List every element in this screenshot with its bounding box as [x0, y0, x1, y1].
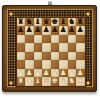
- piece-white-bishop: ♝: [60, 77, 67, 85]
- square-g7[interactable]: ♟: [68, 26, 77, 35]
- square-f7[interactable]: ♟: [59, 26, 68, 35]
- square-b5[interactable]: [25, 43, 34, 52]
- square-g4[interactable]: [68, 52, 77, 61]
- square-b4[interactable]: [25, 52, 34, 61]
- square-h1[interactable]: ♜: [76, 77, 85, 86]
- square-g1[interactable]: ♞: [68, 77, 77, 86]
- square-e1[interactable]: ♚: [51, 77, 60, 86]
- square-f6[interactable]: [59, 35, 68, 44]
- piece-white-pawn: ♟: [34, 69, 41, 77]
- square-d1[interactable]: ♛: [42, 77, 51, 86]
- square-c1[interactable]: ♝: [34, 77, 43, 86]
- board-grid: ♜♞♝♛♚♝♞♜♟♟♟♟♟♟♟♟♟♟♟♟♟♟♟♟♜♞♝♛♚♝♞♜: [16, 17, 86, 87]
- square-a1[interactable]: ♜: [17, 77, 26, 86]
- square-c7[interactable]: ♟: [34, 26, 43, 35]
- corner-rosette-icon: [8, 80, 14, 86]
- square-d6[interactable]: [42, 35, 51, 44]
- square-a7[interactable]: ♟: [17, 26, 26, 35]
- piece-white-pawn: ♟: [43, 69, 50, 77]
- square-d4[interactable]: [42, 52, 51, 61]
- piece-black-pawn: ♟: [43, 26, 50, 34]
- square-a6[interactable]: [17, 35, 26, 44]
- square-e6[interactable]: [51, 35, 60, 44]
- square-b7[interactable]: ♟: [25, 26, 34, 35]
- piece-white-rook: ♜: [17, 77, 24, 85]
- piece-white-king: ♚: [51, 77, 58, 85]
- corner-rosette-icon: [85, 11, 91, 17]
- piece-black-pawn: ♟: [26, 26, 33, 34]
- corner-rosette-icon: [85, 80, 91, 86]
- square-h5[interactable]: [76, 43, 85, 52]
- piece-white-pawn: ♟: [60, 69, 67, 77]
- square-b1[interactable]: ♞: [25, 77, 34, 86]
- square-h4[interactable]: [76, 52, 85, 61]
- piece-black-pawn: ♟: [17, 26, 24, 34]
- square-h6[interactable]: [76, 35, 85, 44]
- square-a4[interactable]: [17, 52, 26, 61]
- square-d7[interactable]: ♟: [42, 26, 51, 35]
- square-d5[interactable]: [42, 43, 51, 52]
- square-c4[interactable]: [34, 52, 43, 61]
- piece-black-pawn: ♟: [51, 26, 58, 34]
- square-f4[interactable]: [59, 52, 68, 61]
- piece-black-pawn: ♟: [68, 26, 75, 34]
- piece-white-queen: ♛: [43, 77, 50, 85]
- piece-white-knight: ♞: [26, 77, 33, 85]
- piece-white-pawn: ♟: [77, 69, 84, 77]
- square-a5[interactable]: [17, 43, 26, 52]
- piece-white-rook: ♜: [77, 77, 84, 85]
- square-f1[interactable]: ♝: [59, 77, 68, 86]
- piece-white-pawn: ♟: [26, 69, 33, 77]
- corner-rosette-icon: [8, 11, 14, 17]
- square-g6[interactable]: [68, 35, 77, 44]
- piece-black-pawn: ♟: [34, 26, 41, 34]
- square-f5[interactable]: [59, 43, 68, 52]
- piece-black-pawn: ♟: [60, 26, 67, 34]
- piece-white-bishop: ♝: [34, 77, 41, 85]
- square-e5[interactable]: [51, 43, 60, 52]
- square-e4[interactable]: [51, 52, 60, 61]
- square-h7[interactable]: ♟: [76, 26, 85, 35]
- square-c6[interactable]: [34, 35, 43, 44]
- piece-white-pawn: ♟: [17, 69, 24, 77]
- square-g5[interactable]: [68, 43, 77, 52]
- square-c5[interactable]: [34, 43, 43, 52]
- square-e7[interactable]: ♟: [51, 26, 60, 35]
- piece-white-pawn: ♟: [68, 69, 75, 77]
- chess-box-photo: ♜♞♝♛♚♝♞♜♟♟♟♟♟♟♟♟♟♟♟♟♟♟♟♟♜♞♝♛♚♝♞♜: [0, 0, 100, 100]
- chess-board: ♜♞♝♛♚♝♞♜♟♟♟♟♟♟♟♟♟♟♟♟♟♟♟♟♜♞♝♛♚♝♞♜: [2, 5, 97, 92]
- piece-white-pawn: ♟: [51, 69, 58, 77]
- piece-black-pawn: ♟: [77, 26, 84, 34]
- square-b6[interactable]: [25, 35, 34, 44]
- piece-white-knight: ♞: [68, 77, 75, 85]
